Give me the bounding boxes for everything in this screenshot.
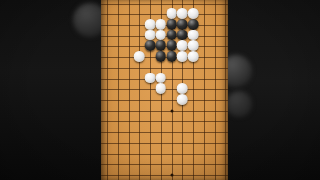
white-stone[interactable] <box>177 94 188 105</box>
left-letterbox-bar <box>0 0 101 180</box>
black-stone[interactable] <box>177 19 188 30</box>
grid-line-horizontal <box>101 68 228 69</box>
grid-line-horizontal <box>101 4 228 5</box>
white-stone[interactable] <box>188 40 199 51</box>
star-point <box>170 109 173 112</box>
black-stone[interactable] <box>156 51 167 62</box>
white-stone[interactable] <box>188 51 199 62</box>
grid-line-horizontal <box>101 132 228 133</box>
star-point <box>170 174 173 177</box>
white-stone[interactable] <box>177 51 188 62</box>
video-frame <box>0 0 320 180</box>
white-stone[interactable] <box>166 8 177 19</box>
blurred-background-stone <box>228 91 252 117</box>
right-letterbox-bar <box>228 0 320 180</box>
black-stone[interactable] <box>177 30 188 41</box>
grid-line-horizontal <box>101 175 228 176</box>
black-stone[interactable] <box>145 40 156 51</box>
white-stone[interactable] <box>177 8 188 19</box>
white-stone[interactable] <box>145 30 156 41</box>
black-stone[interactable] <box>166 40 177 51</box>
black-stone[interactable] <box>156 40 167 51</box>
white-stone[interactable] <box>145 19 156 30</box>
white-stone[interactable] <box>177 83 188 94</box>
blurred-background-stone <box>73 3 101 37</box>
black-stone[interactable] <box>188 19 199 30</box>
blurred-background-stone <box>228 55 252 87</box>
go-board[interactable] <box>101 0 228 180</box>
grid-line-horizontal <box>101 143 228 144</box>
white-stone[interactable] <box>188 8 199 19</box>
white-stone[interactable] <box>156 30 167 41</box>
black-stone[interactable] <box>166 51 177 62</box>
white-stone[interactable] <box>145 72 156 83</box>
white-stone[interactable] <box>177 40 188 51</box>
grid-line-horizontal <box>101 111 228 112</box>
grid-line-horizontal <box>101 154 228 155</box>
white-stone[interactable] <box>188 30 199 41</box>
grid-line-horizontal <box>101 14 228 15</box>
white-stone[interactable] <box>156 19 167 30</box>
white-stone[interactable] <box>156 83 167 94</box>
black-stone[interactable] <box>166 19 177 30</box>
white-stone[interactable] <box>156 72 167 83</box>
grid-line-horizontal <box>101 164 228 165</box>
grid-line-horizontal <box>101 100 228 101</box>
white-stone[interactable] <box>134 51 145 62</box>
grid-line-horizontal <box>101 121 228 122</box>
black-stone[interactable] <box>166 30 177 41</box>
